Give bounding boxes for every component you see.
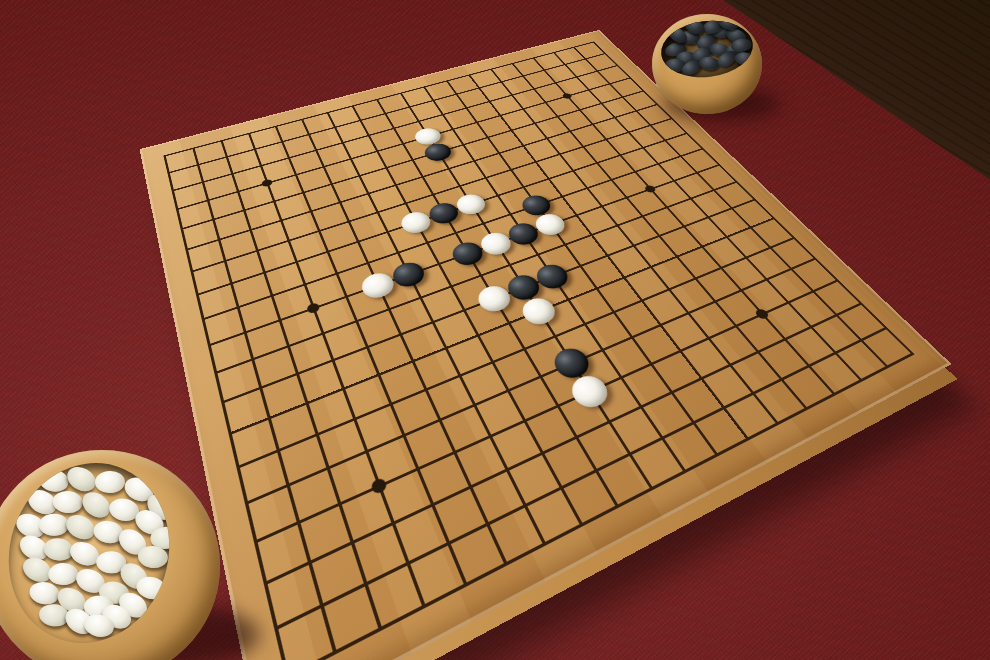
black-stone-bowl[interactable] [652,14,762,114]
bowl-white-stone [52,490,83,514]
bowl-white-stone [95,470,126,493]
go-scene [0,0,990,660]
bowl-black-stone [734,51,756,66]
bowl-black-stone [730,38,752,53]
bowl-white-stone [39,514,69,536]
white-bowl-opening [0,442,192,660]
bowl-white-stone [48,563,79,586]
black-bowl-opening [658,16,756,83]
